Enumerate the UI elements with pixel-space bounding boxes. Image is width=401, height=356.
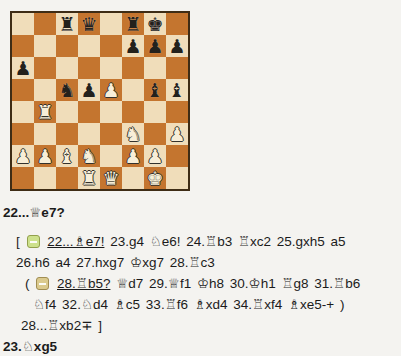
variation-move-link[interactable]: 28.♖b5?	[57, 276, 110, 291]
black-king-piece: ♚	[144, 13, 166, 35]
square-f8[interactable]: ♜	[122, 13, 144, 35]
square-a3[interactable]	[12, 123, 34, 145]
square-h5[interactable]: ♝	[166, 79, 188, 101]
notation-text: 23.♘xg5	[3, 339, 57, 354]
square-e7[interactable]	[100, 35, 122, 57]
square-h7[interactable]: ♟	[166, 35, 188, 57]
notation-line-7: 23.♘xg5	[0, 336, 401, 356]
white-pawn-piece: ♟	[144, 145, 166, 167]
square-g6[interactable]	[144, 57, 166, 79]
notation-panel: 22...♕e7?[ 22...♗e7! 23.g4 ♘e6! 24.♖b3 ♖…	[0, 202, 401, 356]
square-h3[interactable]: ♟	[166, 123, 188, 145]
square-c2[interactable]: ♝	[56, 145, 78, 167]
black-rook-piece: ♜	[56, 13, 78, 35]
square-h2[interactable]	[166, 145, 188, 167]
square-d7[interactable]	[78, 35, 100, 57]
notation-text: 23.g4 ♘e6! 24.♖b3 ♖xc2 25.gxh5 a5	[104, 234, 345, 249]
square-e2[interactable]	[100, 145, 122, 167]
square-b8[interactable]	[34, 13, 56, 35]
square-e5[interactable]: ♟	[100, 79, 122, 101]
square-g5[interactable]: ♝	[144, 79, 166, 101]
square-e6[interactable]	[100, 57, 122, 79]
black-bishop-piece: ♝	[144, 79, 166, 101]
square-a7[interactable]	[12, 35, 34, 57]
notation-text: ♘f4 32.♘d4 ♗c5 33.♖f6 ♗xd4 34.♖xf4 ♗xe5-…	[33, 297, 344, 312]
square-f4[interactable]	[122, 101, 144, 123]
square-e1[interactable]: ♛	[100, 167, 122, 189]
square-c7[interactable]	[56, 35, 78, 57]
square-h1[interactable]	[166, 167, 188, 189]
eval-minus-icon-tan	[36, 277, 49, 290]
notation-text: ♕d7 29.♕f1 ♔h8 30.♔h1 ♖g8 31.♖b6	[110, 276, 360, 291]
square-d5[interactable]: ♟	[78, 79, 100, 101]
square-c6[interactable]	[56, 57, 78, 79]
white-queen-piece: ♛	[100, 167, 122, 189]
notation-line-6: 28...♖xb2∓ ]	[0, 315, 401, 336]
square-b7[interactable]	[34, 35, 56, 57]
square-f5[interactable]	[122, 79, 144, 101]
white-bishop-piece: ♝	[56, 145, 78, 167]
square-d1[interactable]: ♜	[78, 167, 100, 189]
white-pawn-piece: ♟	[34, 145, 56, 167]
notation-line-3: 26.h6 a4 27.hxg7 ♔xg7 28.♖c3	[0, 252, 401, 273]
square-a1[interactable]	[12, 167, 34, 189]
variation-move-link[interactable]: 22...♗e7!	[47, 234, 104, 249]
square-b1[interactable]	[34, 167, 56, 189]
square-a5[interactable]	[12, 79, 34, 101]
notation-line-5: ♘f4 32.♘d4 ♗c5 33.♖f6 ♗xd4 34.♖xf4 ♗xe5-…	[0, 294, 401, 315]
white-rook-piece: ♜	[78, 167, 100, 189]
square-d3[interactable]	[78, 123, 100, 145]
notation-text: 26.h6 a4 27.hxg7 ♔xg7 28.♖c3	[16, 255, 215, 270]
square-g3[interactable]	[144, 123, 166, 145]
square-d2[interactable]: ♞	[78, 145, 100, 167]
chess-board-frame: ♜♛♜♚♟♟♟♟♞♟♟♝♝♜♞♟♟♟♝♞♟♟♜♛♚	[10, 11, 190, 191]
notation-text: 28...♖xb2∓ ]	[21, 318, 102, 333]
square-b5[interactable]	[34, 79, 56, 101]
square-a8[interactable]	[12, 13, 34, 35]
black-queen-piece: ♛	[78, 13, 100, 35]
square-e8[interactable]	[100, 13, 122, 35]
square-f6[interactable]	[122, 57, 144, 79]
black-bishop-piece: ♝	[166, 79, 188, 101]
black-pawn-piece: ♟	[166, 35, 188, 57]
black-rook-piece: ♜	[122, 13, 144, 35]
chess-board: ♜♛♜♚♟♟♟♟♞♟♟♝♝♜♞♟♟♟♝♞♟♟♜♛♚	[12, 13, 188, 189]
black-pawn-piece: ♟	[122, 35, 144, 57]
white-king-piece: ♚	[144, 167, 166, 189]
white-pawn-piece: ♟	[166, 123, 188, 145]
notation-text: 22...♕e7?	[3, 205, 65, 220]
square-c4[interactable]	[56, 101, 78, 123]
square-h6[interactable]	[166, 57, 188, 79]
square-g1[interactable]: ♚	[144, 167, 166, 189]
square-d8[interactable]: ♛	[78, 13, 100, 35]
square-b4[interactable]: ♜	[34, 101, 56, 123]
square-f1[interactable]	[122, 167, 144, 189]
square-d6[interactable]	[78, 57, 100, 79]
black-pawn-piece: ♟	[78, 79, 100, 101]
square-c1[interactable]	[56, 167, 78, 189]
white-knight-piece: ♞	[122, 123, 144, 145]
square-f2[interactable]: ♟	[122, 145, 144, 167]
square-a4[interactable]	[12, 101, 34, 123]
square-c8[interactable]: ♜	[56, 13, 78, 35]
square-b2[interactable]: ♟	[34, 145, 56, 167]
white-pawn-piece: ♟	[122, 145, 144, 167]
square-b3[interactable]	[34, 123, 56, 145]
notation-text: (	[25, 276, 35, 291]
square-a2[interactable]: ♟	[12, 145, 34, 167]
square-f3[interactable]: ♞	[122, 123, 144, 145]
white-pawn-piece: ♟	[12, 145, 34, 167]
square-g2[interactable]: ♟	[144, 145, 166, 167]
square-g7[interactable]: ♟	[144, 35, 166, 57]
square-b6[interactable]	[34, 57, 56, 79]
square-g4[interactable]	[144, 101, 166, 123]
notation-text: [	[16, 234, 26, 249]
square-a6[interactable]: ♟	[12, 57, 34, 79]
white-rook-piece: ♜	[34, 101, 56, 123]
notation-line-4: ( 28.♖b5? ♕d7 29.♕f1 ♔h8 30.♔h1 ♖g8 31.♖…	[0, 273, 401, 294]
eval-minus-icon-green	[27, 235, 40, 248]
black-pawn-piece: ♟	[144, 35, 166, 57]
notation-line-1: 22...♕e7?	[0, 202, 401, 223]
white-knight-piece: ♞	[78, 145, 100, 167]
square-d4[interactable]	[78, 101, 100, 123]
square-e3[interactable]	[100, 123, 122, 145]
square-g8[interactable]: ♚	[144, 13, 166, 35]
square-h8[interactable]	[166, 13, 188, 35]
square-c3[interactable]	[56, 123, 78, 145]
square-c5[interactable]: ♞	[56, 79, 78, 101]
notation-line-2: [ 22...♗e7! 23.g4 ♘e6! 24.♖b3 ♖xc2 25.gx…	[0, 231, 401, 252]
square-f7[interactable]: ♟	[122, 35, 144, 57]
black-pawn-piece: ♟	[12, 57, 34, 79]
white-pawn-piece: ♟	[100, 79, 122, 101]
square-e4[interactable]	[100, 101, 122, 123]
square-h4[interactable]	[166, 101, 188, 123]
black-knight-piece: ♞	[56, 79, 78, 101]
